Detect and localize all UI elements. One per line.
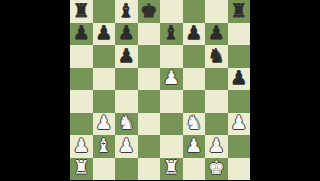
square-e8[interactable] bbox=[160, 0, 183, 23]
square-e2[interactable] bbox=[160, 135, 183, 158]
black-pawn[interactable]: ♟ bbox=[230, 68, 247, 87]
black-pawn[interactable]: ♟ bbox=[118, 46, 135, 65]
square-g5[interactable] bbox=[205, 68, 228, 91]
square-c6[interactable]: ♟ bbox=[115, 45, 138, 68]
black-king[interactable]: ♚ bbox=[140, 1, 157, 20]
square-a4[interactable] bbox=[70, 90, 93, 113]
square-e4[interactable] bbox=[160, 90, 183, 113]
square-a6[interactable] bbox=[70, 45, 93, 68]
app-window: ♜♝♚♜♟♟♟♝♟♟♟♞♟♟♟♞♞♟♟♝♟♟♟♜♜♚ bbox=[0, 0, 320, 180]
square-h1[interactable] bbox=[228, 158, 251, 181]
white-pawn[interactable]: ♟ bbox=[185, 136, 202, 155]
white-pawn[interactable]: ♟ bbox=[208, 136, 225, 155]
white-pawn[interactable]: ♟ bbox=[163, 68, 180, 87]
square-f7[interactable]: ♟ bbox=[183, 23, 206, 46]
square-h2[interactable] bbox=[228, 135, 251, 158]
square-d5[interactable] bbox=[138, 68, 161, 91]
square-d3[interactable] bbox=[138, 113, 161, 136]
square-f2[interactable]: ♟ bbox=[183, 135, 206, 158]
square-c4[interactable] bbox=[115, 90, 138, 113]
black-pawn[interactable]: ♟ bbox=[118, 23, 135, 42]
white-knight[interactable]: ♞ bbox=[118, 113, 135, 132]
square-f3[interactable]: ♞ bbox=[183, 113, 206, 136]
square-e3[interactable] bbox=[160, 113, 183, 136]
square-g7[interactable]: ♟ bbox=[205, 23, 228, 46]
chess-board: ♜♝♚♜♟♟♟♝♟♟♟♞♟♟♟♞♞♟♟♝♟♟♟♜♜♚ bbox=[70, 0, 250, 180]
black-pawn[interactable]: ♟ bbox=[73, 23, 90, 42]
black-pawn[interactable]: ♟ bbox=[95, 23, 112, 42]
square-c8[interactable]: ♝ bbox=[115, 0, 138, 23]
square-h3[interactable]: ♟ bbox=[228, 113, 251, 136]
black-knight[interactable]: ♞ bbox=[208, 46, 225, 65]
square-e1[interactable]: ♜ bbox=[160, 158, 183, 181]
square-g4[interactable] bbox=[205, 90, 228, 113]
black-bishop[interactable]: ♝ bbox=[118, 1, 135, 20]
square-h7[interactable] bbox=[228, 23, 251, 46]
square-e7[interactable]: ♝ bbox=[160, 23, 183, 46]
square-a2[interactable]: ♟ bbox=[70, 135, 93, 158]
square-d4[interactable] bbox=[138, 90, 161, 113]
square-b7[interactable]: ♟ bbox=[93, 23, 116, 46]
black-bishop[interactable]: ♝ bbox=[163, 23, 180, 42]
square-g6[interactable]: ♞ bbox=[205, 45, 228, 68]
square-a8[interactable]: ♜ bbox=[70, 0, 93, 23]
square-a5[interactable] bbox=[70, 68, 93, 91]
square-a3[interactable] bbox=[70, 113, 93, 136]
square-g1[interactable]: ♚ bbox=[205, 158, 228, 181]
square-h6[interactable] bbox=[228, 45, 251, 68]
square-h4[interactable] bbox=[228, 90, 251, 113]
letterbox-left bbox=[0, 0, 70, 180]
white-rook[interactable]: ♜ bbox=[163, 158, 180, 177]
square-c5[interactable] bbox=[115, 68, 138, 91]
white-pawn[interactable]: ♟ bbox=[118, 136, 135, 155]
black-pawn[interactable]: ♟ bbox=[208, 23, 225, 42]
square-f5[interactable] bbox=[183, 68, 206, 91]
square-c3[interactable]: ♞ bbox=[115, 113, 138, 136]
square-f4[interactable] bbox=[183, 90, 206, 113]
square-a7[interactable]: ♟ bbox=[70, 23, 93, 46]
white-rook[interactable]: ♜ bbox=[73, 158, 90, 177]
square-f6[interactable] bbox=[183, 45, 206, 68]
square-g2[interactable]: ♟ bbox=[205, 135, 228, 158]
square-g3[interactable] bbox=[205, 113, 228, 136]
square-d7[interactable] bbox=[138, 23, 161, 46]
square-a1[interactable]: ♜ bbox=[70, 158, 93, 181]
white-bishop[interactable]: ♝ bbox=[95, 136, 112, 155]
square-b3[interactable]: ♟ bbox=[93, 113, 116, 136]
white-pawn[interactable]: ♟ bbox=[73, 136, 90, 155]
square-h5[interactable]: ♟ bbox=[228, 68, 251, 91]
black-pawn[interactable]: ♟ bbox=[185, 23, 202, 42]
square-c7[interactable]: ♟ bbox=[115, 23, 138, 46]
white-pawn[interactable]: ♟ bbox=[230, 113, 247, 132]
white-knight[interactable]: ♞ bbox=[185, 113, 202, 132]
square-f8[interactable] bbox=[183, 0, 206, 23]
square-b4[interactable] bbox=[93, 90, 116, 113]
square-d6[interactable] bbox=[138, 45, 161, 68]
square-b8[interactable] bbox=[93, 0, 116, 23]
black-rook[interactable]: ♜ bbox=[230, 1, 247, 20]
square-h8[interactable]: ♜ bbox=[228, 0, 251, 23]
square-c1[interactable] bbox=[115, 158, 138, 181]
square-e6[interactable] bbox=[160, 45, 183, 68]
square-b2[interactable]: ♝ bbox=[93, 135, 116, 158]
black-rook[interactable]: ♜ bbox=[73, 1, 90, 20]
square-b5[interactable] bbox=[93, 68, 116, 91]
square-d1[interactable] bbox=[138, 158, 161, 181]
square-d8[interactable]: ♚ bbox=[138, 0, 161, 23]
square-b6[interactable] bbox=[93, 45, 116, 68]
square-e5[interactable]: ♟ bbox=[160, 68, 183, 91]
square-g8[interactable] bbox=[205, 0, 228, 23]
white-king[interactable]: ♚ bbox=[208, 158, 225, 177]
white-pawn[interactable]: ♟ bbox=[95, 113, 112, 132]
square-f1[interactable] bbox=[183, 158, 206, 181]
letterbox-right bbox=[250, 0, 320, 180]
square-d2[interactable] bbox=[138, 135, 161, 158]
square-c2[interactable]: ♟ bbox=[115, 135, 138, 158]
square-b1[interactable] bbox=[93, 158, 116, 181]
